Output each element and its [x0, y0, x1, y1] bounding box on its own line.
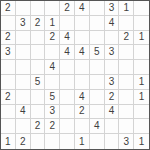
cell-r9c4[interactable]	[60, 134, 75, 149]
cell-r6c0: 2	[1, 90, 16, 105]
cell-r8c9[interactable]	[134, 119, 149, 134]
cell-r6c8[interactable]	[119, 90, 134, 105]
cell-r2c4: 4	[60, 31, 75, 46]
cell-r6c5: 4	[75, 90, 90, 105]
cell-r2c6[interactable]	[90, 31, 105, 46]
cell-r0c8: 1	[119, 1, 134, 16]
puzzle-board: 2243132142242134453453125421432422412131	[0, 0, 150, 150]
cell-r0c6[interactable]	[90, 1, 105, 16]
cell-r6c9: 1	[134, 90, 149, 105]
cell-r2c7[interactable]	[105, 31, 120, 46]
cell-r1c8[interactable]	[119, 16, 134, 31]
cell-r2c1[interactable]	[16, 31, 31, 46]
cell-r4c7[interactable]	[105, 60, 120, 75]
cell-r7c8[interactable]	[119, 105, 134, 120]
cell-r8c0[interactable]	[1, 119, 16, 134]
cell-r0c9[interactable]	[134, 1, 149, 16]
cell-r5c6[interactable]	[90, 75, 105, 90]
cell-r7c5: 2	[75, 105, 90, 120]
cell-r4c4[interactable]	[60, 60, 75, 75]
cell-r4c1[interactable]	[16, 60, 31, 75]
cell-r6c1[interactable]	[16, 90, 31, 105]
cell-r4c5[interactable]	[75, 60, 90, 75]
cell-r0c7: 3	[105, 1, 120, 16]
cell-r4c6[interactable]	[90, 60, 105, 75]
cell-r2c2[interactable]	[31, 31, 46, 46]
cell-r7c0[interactable]	[1, 105, 16, 120]
cell-r9c3[interactable]	[45, 134, 60, 149]
cell-r8c8[interactable]	[119, 119, 134, 134]
cell-r0c5: 4	[75, 1, 90, 16]
cell-r4c9[interactable]	[134, 60, 149, 75]
cell-r2c3: 2	[45, 31, 60, 46]
cell-r3c9[interactable]	[134, 45, 149, 60]
cell-r3c4: 4	[60, 45, 75, 60]
cell-r2c9: 1	[134, 31, 149, 46]
cell-r1c6[interactable]	[90, 16, 105, 31]
cell-r5c8[interactable]	[119, 75, 134, 90]
cell-r8c2: 2	[31, 119, 46, 134]
cell-r7c4[interactable]	[60, 105, 75, 120]
cell-r2c5[interactable]	[75, 31, 90, 46]
cell-r0c3[interactable]	[45, 1, 60, 16]
cell-r7c9[interactable]	[134, 105, 149, 120]
cell-r5c2: 5	[31, 75, 46, 90]
cell-r1c5[interactable]	[75, 16, 90, 31]
cell-r7c6[interactable]	[90, 105, 105, 120]
cell-r1c4[interactable]	[60, 16, 75, 31]
cell-r0c0: 2	[1, 1, 16, 16]
cell-r5c5[interactable]	[75, 75, 90, 90]
cell-r9c7[interactable]	[105, 134, 120, 149]
cell-r3c7: 3	[105, 45, 120, 60]
cell-r5c0[interactable]	[1, 75, 16, 90]
cell-r6c3: 5	[45, 90, 60, 105]
cell-r2c0: 2	[1, 31, 16, 46]
cell-r1c0[interactable]	[1, 16, 16, 31]
cell-r6c6[interactable]	[90, 90, 105, 105]
cell-r3c1[interactable]	[16, 45, 31, 60]
cell-r7c1: 4	[16, 105, 31, 120]
cell-r9c2[interactable]	[31, 134, 46, 149]
cell-r1c3: 1	[45, 16, 60, 31]
cell-r1c9[interactable]	[134, 16, 149, 31]
cell-r3c0: 3	[1, 45, 16, 60]
cell-r8c3: 2	[45, 119, 60, 134]
cell-r9c9: 1	[134, 134, 149, 149]
cell-r1c2: 2	[31, 16, 46, 31]
cell-r9c0: 1	[1, 134, 16, 149]
cell-r9c8: 3	[119, 134, 134, 149]
cell-r0c1[interactable]	[16, 1, 31, 16]
cell-r8c1[interactable]	[16, 119, 31, 134]
cell-r4c3: 4	[45, 60, 60, 75]
cell-r9c6[interactable]	[90, 134, 105, 149]
cell-r5c4[interactable]	[60, 75, 75, 90]
cell-r5c3[interactable]	[45, 75, 60, 90]
cell-r0c2[interactable]	[31, 1, 46, 16]
cell-r5c7: 3	[105, 75, 120, 90]
cell-r6c7: 2	[105, 90, 120, 105]
cell-r2c8: 2	[119, 31, 134, 46]
cell-r6c2[interactable]	[31, 90, 46, 105]
cell-r9c5: 1	[75, 134, 90, 149]
cell-r8c6: 4	[90, 119, 105, 134]
cell-r1c7: 4	[105, 16, 120, 31]
cell-r7c3: 3	[45, 105, 60, 120]
cell-r0c4: 2	[60, 1, 75, 16]
cell-r3c2[interactable]	[31, 45, 46, 60]
cell-r6c4[interactable]	[60, 90, 75, 105]
cell-r4c0[interactable]	[1, 60, 16, 75]
cell-r8c7[interactable]	[105, 119, 120, 134]
cell-r7c2[interactable]	[31, 105, 46, 120]
cell-r7c7: 4	[105, 105, 120, 120]
cell-r3c8[interactable]	[119, 45, 134, 60]
cell-r4c2[interactable]	[31, 60, 46, 75]
cell-r3c3[interactable]	[45, 45, 60, 60]
cell-r3c6: 5	[90, 45, 105, 60]
cell-r4c8[interactable]	[119, 60, 134, 75]
cell-r1c1: 3	[16, 16, 31, 31]
cell-r3c5: 4	[75, 45, 90, 60]
cell-r5c9: 1	[134, 75, 149, 90]
cell-r5c1[interactable]	[16, 75, 31, 90]
cell-r8c4[interactable]	[60, 119, 75, 134]
cell-r9c1: 2	[16, 134, 31, 149]
cell-r8c5[interactable]	[75, 119, 90, 134]
